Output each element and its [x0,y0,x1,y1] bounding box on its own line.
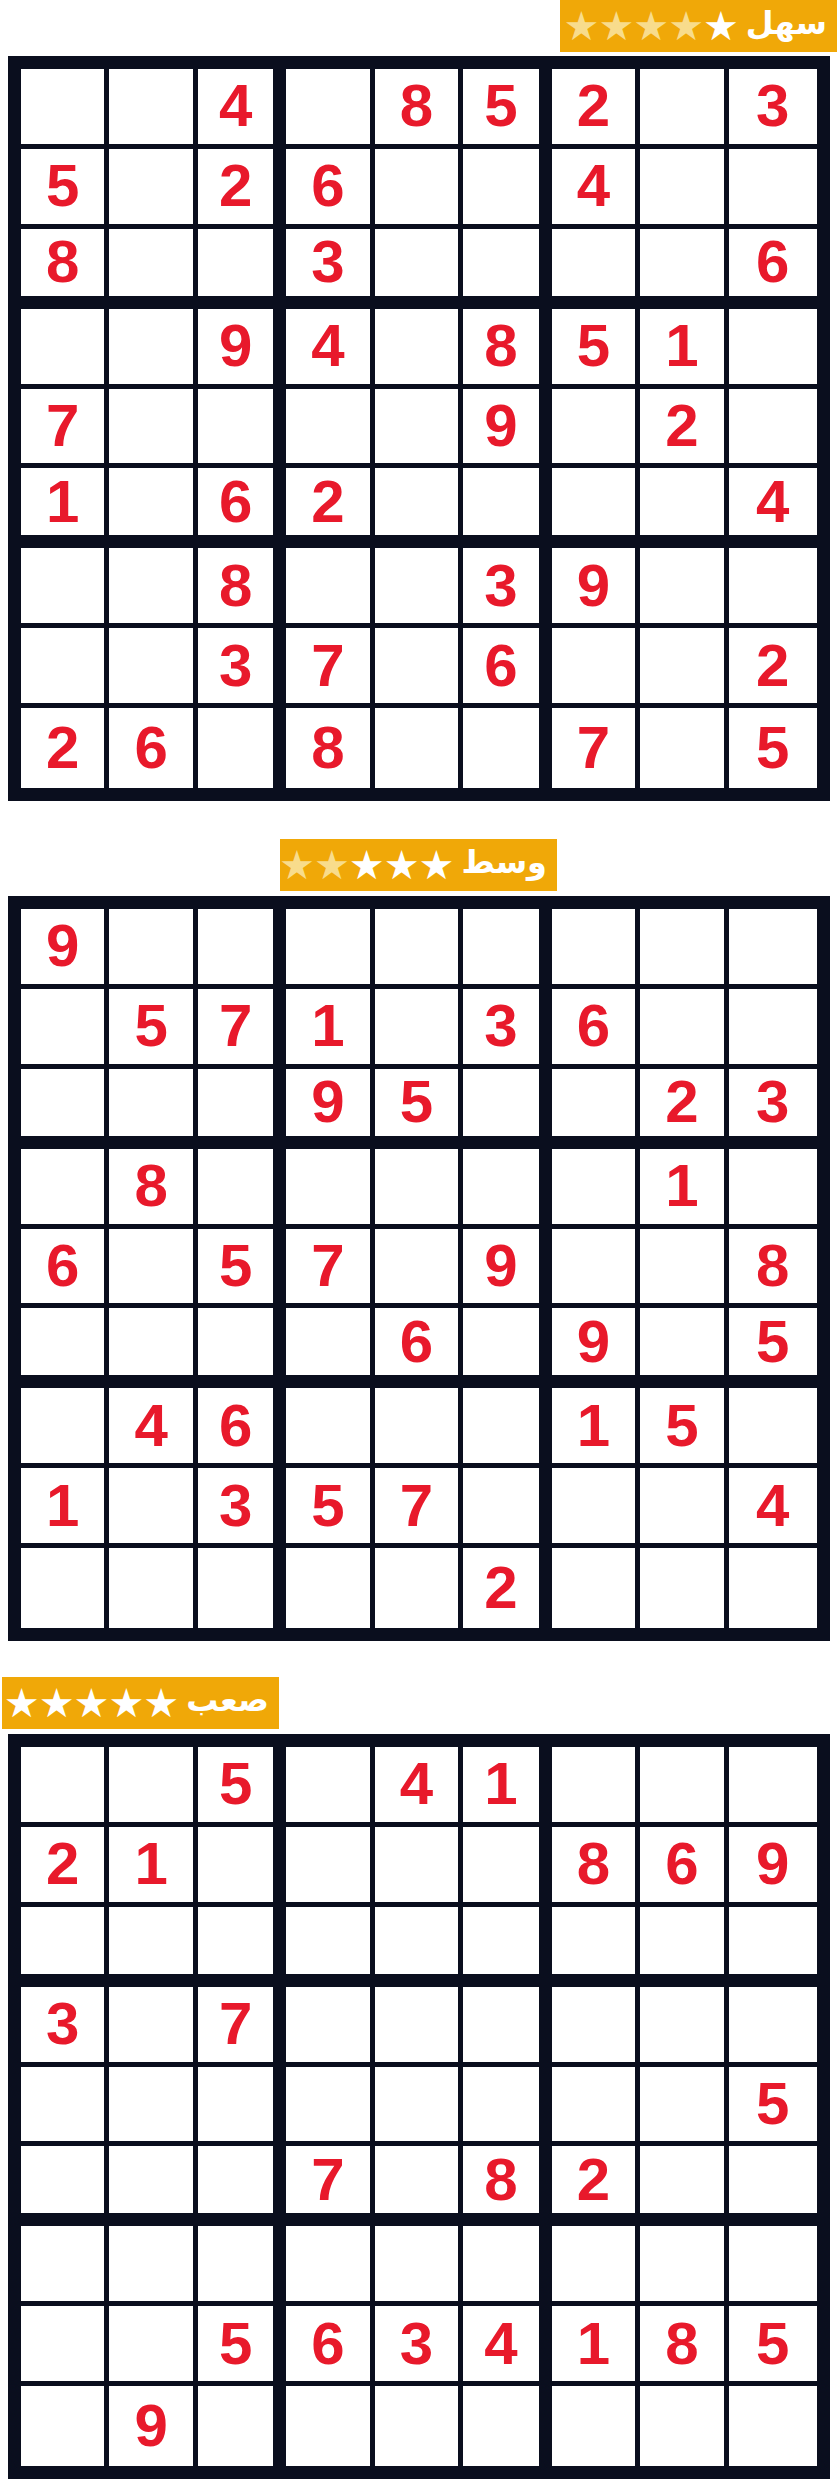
sudoku-cell-r5c2[interactable] [109,389,197,469]
sudoku-cell-r7c6[interactable] [463,1388,551,1468]
sudoku-cell-r5c5[interactable] [375,1229,463,1309]
sudoku-cell-r5c4[interactable] [286,389,374,469]
sudoku-cell-r1c5: 4 [375,1747,463,1827]
sudoku-cell-r2c8[interactable] [640,149,728,229]
sudoku-cell-r4c6[interactable] [463,1149,551,1229]
sudoku-cell-r2c7: 6 [552,989,640,1069]
sudoku-cell-r4c4[interactable] [286,1149,374,1229]
sudoku-cell-r6c1[interactable] [21,1308,109,1388]
sudoku-cell-r1c5[interactable] [375,909,463,989]
sudoku-cell-r2c5[interactable] [375,149,463,229]
sudoku-cell-r5c6: 9 [463,389,551,469]
sudoku-cell-r8c9: 2 [729,628,817,708]
sudoku-cell-r7c2[interactable] [109,548,197,628]
sudoku-cell-r9c7: 7 [552,708,640,788]
sudoku-cell-r2c2: 1 [109,1827,197,1907]
puzzle-section-easy: ★★★★★ سهل 485235264836948517921624839376… [0,0,837,801]
sudoku-cell-r9c5[interactable] [375,1548,463,1628]
sudoku-cell-r3c1[interactable] [21,1069,109,1149]
sudoku-cell-r1c7[interactable] [552,1747,640,1827]
star-icon: ★ [108,1677,143,1729]
sudoku-cell-r1c9[interactable] [729,909,817,989]
sudoku-cell-r8c4: 6 [286,2306,374,2386]
star-icon: ★ [703,0,738,52]
sudoku-cell-r2c9[interactable] [729,149,817,229]
sudoku-cell-r2c1: 5 [21,149,109,229]
sudoku-cell-r8c8[interactable] [640,1468,728,1548]
sudoku-cell-r5c7[interactable] [552,389,640,469]
sudoku-cell-r2c2: 5 [109,989,197,1069]
sudoku-cell-r8c4: 5 [286,1468,374,1548]
sudoku-cell-r9c8[interactable] [640,1548,728,1628]
sudoku-cell-r6c6[interactable] [463,468,551,548]
sudoku-cell-r6c3[interactable] [198,1308,286,1388]
sudoku-cell-r2c1: 2 [21,1827,109,1907]
sudoku-cell-r1c1[interactable] [21,1747,109,1827]
sudoku-cell-r9c1[interactable] [21,1548,109,1628]
sudoku-cell-r4c8: 1 [640,309,728,389]
sudoku-cell-r3c7[interactable] [552,1069,640,1149]
sudoku-cell-r6c4[interactable] [286,1308,374,1388]
sudoku-cell-r3c5[interactable] [375,229,463,309]
sudoku-cell-r7c2: 4 [109,1388,197,1468]
sudoku-cell-r7c8[interactable] [640,2226,728,2306]
sudoku-cell-r4c3[interactable] [198,1149,286,1229]
sudoku-cell-r6c6: 8 [463,2146,551,2226]
sudoku-grid-hard: 5412186937578256341859 [8,1734,830,2479]
sudoku-cell-r6c7[interactable] [552,468,640,548]
sudoku-cell-r1c5: 8 [375,69,463,149]
sudoku-cell-r7c3[interactable] [198,2226,286,2306]
sudoku-cell-r6c1: 1 [21,468,109,548]
sudoku-cell-r4c2[interactable] [109,309,197,389]
sudoku-cell-r6c1[interactable] [21,2146,109,2226]
sudoku-cell-r3c2[interactable] [109,1069,197,1149]
sudoku-cell-r1c3: 5 [198,1747,286,1827]
sudoku-cell-r2c2[interactable] [109,149,197,229]
sudoku-cell-r6c9: 4 [729,468,817,548]
sudoku-cell-r3c9: 3 [729,1069,817,1149]
sudoku-cell-r7c5[interactable] [375,1388,463,1468]
sudoku-cell-r3c5: 5 [375,1069,463,1149]
difficulty-banner-easy: ★★★★★ سهل [560,0,837,52]
sudoku-cell-r8c7[interactable] [552,628,640,708]
sudoku-grid-medium: 957136952381657986954615135742 [8,896,830,1641]
sudoku-cell-r9c9[interactable] [729,1548,817,1628]
sudoku-cell-r6c7: 9 [552,1308,640,1388]
sudoku-cell-r1c2[interactable] [109,909,197,989]
sudoku-cell-r6c9[interactable] [729,2146,817,2226]
sudoku-cell-r4c6[interactable] [463,1987,551,2067]
sudoku-cell-r6c5[interactable] [375,2146,463,2226]
star-icon: ★ [633,0,668,52]
sudoku-cell-r4c7[interactable] [552,1149,640,1229]
sudoku-cell-r4c8: 1 [640,1149,728,1229]
sudoku-cell-r3c3[interactable] [198,1069,286,1149]
sudoku-cell-r3c2[interactable] [109,229,197,309]
sudoku-cell-r7c2[interactable] [109,2226,197,2306]
sudoku-cell-r2c3: 7 [198,989,286,1069]
sudoku-cell-r7c9[interactable] [729,1388,817,1468]
sudoku-cell-r5c8[interactable] [640,2067,728,2147]
sudoku-cell-r9c6: 2 [463,1548,551,1628]
star-icon: ★ [384,839,419,891]
star-icon: ★ [74,1677,109,1729]
puzzle-section-hard: ★★★★★ صعب 5412186937578256341859 [0,1677,837,2479]
sudoku-cell-r5c2[interactable] [109,2067,197,2147]
sudoku-cell-r1c4[interactable] [286,909,374,989]
sudoku-cell-r3c5[interactable] [375,1907,463,1987]
sudoku-cell-r9c6[interactable] [463,2386,551,2466]
sudoku-cell-r8c5[interactable] [375,628,463,708]
sudoku-cell-r6c2[interactable] [109,2146,197,2226]
sudoku-cell-r5c9: 8 [729,1229,817,1309]
sudoku-cell-r3c8[interactable] [640,229,728,309]
sudoku-cell-r8c5: 3 [375,2306,463,2386]
sudoku-cell-r2c8: 6 [640,1827,728,1907]
sudoku-cell-r1c8[interactable] [640,1747,728,1827]
sudoku-cell-r3c8: 2 [640,1069,728,1149]
sudoku-cell-r4c5[interactable] [375,309,463,389]
sudoku-cell-r2c3: 2 [198,149,286,229]
sudoku-cell-r1c6: 1 [463,1747,551,1827]
sudoku-cell-r3c4: 3 [286,229,374,309]
sudoku-cell-r4c9[interactable] [729,1987,817,2067]
sudoku-cell-r6c4: 2 [286,468,374,548]
sudoku-cell-r8c3: 3 [198,1468,286,1548]
sudoku-cell-r1c9[interactable] [729,1747,817,1827]
sudoku-cell-r4c7: 5 [552,309,640,389]
sudoku-cell-r9c9[interactable] [729,2386,817,2466]
difficulty-label: وسط [453,843,557,887]
sudoku-cell-r8c7: 1 [552,2306,640,2386]
sudoku-cell-r9c7[interactable] [552,1548,640,1628]
sudoku-cell-r2c7: 8 [552,1827,640,1907]
sudoku-cell-r2c9: 9 [729,1827,817,1907]
sudoku-cell-r5c5[interactable] [375,389,463,469]
sudoku-cell-r7c4[interactable] [286,1388,374,1468]
sudoku-cell-r9c9: 5 [729,708,817,788]
sudoku-cell-r4c3: 7 [198,1987,286,2067]
sudoku-cell-r2c6[interactable] [463,149,551,229]
sudoku-cell-r9c8[interactable] [640,708,728,788]
sudoku-cell-r7c4[interactable] [286,548,374,628]
sudoku-cell-r6c7: 2 [552,2146,640,2226]
sudoku-cell-r9c2: 6 [109,708,197,788]
sudoku-cell-r7c6[interactable] [463,2226,551,2306]
sudoku-cell-r6c4: 7 [286,2146,374,2226]
star-icon: ★ [4,1677,39,1729]
sudoku-cell-r6c3[interactable] [198,2146,286,2226]
sudoku-cell-r3c3[interactable] [198,1907,286,1987]
sudoku-cell-r2c8[interactable] [640,989,728,1069]
sudoku-cell-r9c5[interactable] [375,708,463,788]
sudoku-cell-r4c8[interactable] [640,1987,728,2067]
sudoku-cell-r9c8[interactable] [640,2386,728,2466]
sudoku-cell-r3c4: 9 [286,1069,374,1149]
sudoku-cell-r3c9: 6 [729,229,817,309]
sudoku-cell-r7c8: 5 [640,1388,728,1468]
sudoku-cell-r8c1[interactable] [21,628,109,708]
difficulty-stars: ★★★★★ [280,839,453,891]
sudoku-cell-r2c7: 4 [552,149,640,229]
sudoku-cell-r8c8[interactable] [640,628,728,708]
sudoku-cell-r6c5: 6 [375,1308,463,1388]
sudoku-cell-r7c5[interactable] [375,2226,463,2306]
sudoku-cell-r4c1[interactable] [21,309,109,389]
sudoku-cell-r3c4[interactable] [286,1907,374,1987]
sudoku-cell-r5c8: 2 [640,389,728,469]
puzzle-section-medium: ★★★★★ وسط 957136952381657986954615135742 [0,839,837,1641]
sudoku-cell-r1c2[interactable] [109,1747,197,1827]
sudoku-cell-r4c3: 9 [198,309,286,389]
sudoku-cell-r9c3[interactable] [198,1548,286,1628]
sudoku-cell-r1c7: 2 [552,69,640,149]
sudoku-cell-r1c8[interactable] [640,69,728,149]
sudoku-cell-r9c4: 8 [286,708,374,788]
sudoku-cell-r8c9: 5 [729,2306,817,2386]
sudoku-cell-r4c1: 3 [21,1987,109,2067]
sudoku-cell-r6c8[interactable] [640,2146,728,2226]
sudoku-cell-r1c8[interactable] [640,909,728,989]
sudoku-cell-r6c9: 5 [729,1308,817,1388]
star-icon: ★ [349,839,384,891]
sudoku-cell-r1c1: 9 [21,909,109,989]
sudoku-cell-r4c5[interactable] [375,1987,463,2067]
sudoku-cell-r1c6: 5 [463,69,551,149]
sudoku-cell-r7c1[interactable] [21,2226,109,2306]
sudoku-cell-r1c4[interactable] [286,1747,374,1827]
sudoku-cell-r8c4: 7 [286,628,374,708]
sudoku-cell-r5c1: 6 [21,1229,109,1309]
sudoku-cell-r8c8: 8 [640,2306,728,2386]
sudoku-cell-r2c4[interactable] [286,1827,374,1907]
sudoku-cell-r7c3: 6 [198,1388,286,1468]
sudoku-cell-r7c5[interactable] [375,548,463,628]
sudoku-cell-r4c4[interactable] [286,1987,374,2067]
sudoku-cell-r9c6[interactable] [463,708,551,788]
sudoku-cell-r4c2: 8 [109,1149,197,1229]
sudoku-cell-r9c2: 9 [109,2386,197,2466]
sudoku-cell-r1c3[interactable] [198,909,286,989]
sudoku-cell-r1c3: 4 [198,69,286,149]
difficulty-label: صعب [178,1681,279,1725]
sudoku-cell-r3c2[interactable] [109,1907,197,1987]
sudoku-cell-r2c4: 1 [286,989,374,1069]
sudoku-cell-r8c9: 4 [729,1468,817,1548]
sudoku-cell-r5c8[interactable] [640,1229,728,1309]
sudoku-cell-r5c5[interactable] [375,2067,463,2147]
sudoku-cell-r1c6[interactable] [463,909,551,989]
difficulty-label: سهل [738,4,837,48]
difficulty-stars: ★★★★★ [4,1677,178,1729]
sudoku-cell-r1c9: 3 [729,69,817,149]
sudoku-cell-r2c1[interactable] [21,989,109,1069]
sudoku-cell-r9c1[interactable] [21,2386,109,2466]
sudoku-cell-r3c1[interactable] [21,1907,109,1987]
sudoku-cell-r6c2[interactable] [109,468,197,548]
sudoku-cell-r7c6: 3 [463,548,551,628]
sudoku-cell-r5c1: 7 [21,389,109,469]
sudoku-cell-r5c7[interactable] [552,2067,640,2147]
sudoku-cell-r8c7[interactable] [552,1468,640,1548]
sudoku-cell-r2c5[interactable] [375,1827,463,1907]
sudoku-cell-r3c9[interactable] [729,1907,817,1987]
sudoku-cell-r8c5: 7 [375,1468,463,1548]
sudoku-cell-r3c7[interactable] [552,1907,640,1987]
sudoku-cell-r7c7: 9 [552,548,640,628]
sudoku-cell-r2c5[interactable] [375,989,463,1069]
star-icon: ★ [314,839,349,891]
sudoku-cell-r7c1[interactable] [21,1388,109,1468]
sudoku-cell-r1c1[interactable] [21,69,109,149]
sudoku-cell-r5c3: 5 [198,1229,286,1309]
star-icon: ★ [280,839,314,891]
sudoku-cell-r7c3: 8 [198,548,286,628]
sudoku-cell-r7c1[interactable] [21,548,109,628]
sudoku-cell-r3c3[interactable] [198,229,286,309]
sudoku-cell-r4c9[interactable] [729,1149,817,1229]
star-icon: ★ [564,0,599,52]
sudoku-cell-r6c8[interactable] [640,468,728,548]
sudoku-cell-r1c2[interactable] [109,69,197,149]
difficulty-banner-hard: ★★★★★ صعب [2,1677,279,1729]
sudoku-cell-r3c1: 8 [21,229,109,309]
difficulty-banner-medium: ★★★★★ وسط [280,839,557,891]
sudoku-cell-r6c6[interactable] [463,1308,551,1388]
sudoku-cell-r3c6[interactable] [463,1907,551,1987]
sudoku-cell-r5c9: 5 [729,2067,817,2147]
sudoku-cell-r9c1: 2 [21,708,109,788]
sudoku-cell-r2c4: 6 [286,149,374,229]
sudoku-cell-r8c2[interactable] [109,2306,197,2386]
sudoku-cell-r9c3[interactable] [198,2386,286,2466]
sudoku-cell-r4c6: 8 [463,309,551,389]
sudoku-cell-r7c7[interactable] [552,2226,640,2306]
sudoku-cell-r8c3: 3 [198,628,286,708]
sudoku-cell-r5c4: 7 [286,1229,374,1309]
sudoku-cell-r9c7[interactable] [552,2386,640,2466]
sudoku-cell-r5c6[interactable] [463,2067,551,2147]
sudoku-cell-r4c1[interactable] [21,1149,109,1229]
sudoku-grid-easy: 485235264836948517921624839376226875 [8,56,830,801]
sudoku-cell-r4c9[interactable] [729,309,817,389]
sudoku-cell-r4c4: 4 [286,309,374,389]
sudoku-cell-r9c4[interactable] [286,1548,374,1628]
sudoku-cell-r6c2[interactable] [109,1308,197,1388]
sudoku-cell-r8c1: 1 [21,1468,109,1548]
sudoku-cell-r7c9[interactable] [729,548,817,628]
sudoku-cell-r2c9[interactable] [729,989,817,1069]
sudoku-cell-r4c5[interactable] [375,1149,463,1229]
sudoku-cell-r1c4[interactable] [286,69,374,149]
sudoku-cell-r9c4[interactable] [286,2386,374,2466]
sudoku-cell-r6c5[interactable] [375,468,463,548]
sudoku-cell-r1c7[interactable] [552,909,640,989]
sudoku-cell-r5c3[interactable] [198,389,286,469]
sudoku-cell-r9c2[interactable] [109,1548,197,1628]
sudoku-cell-r7c4[interactable] [286,2226,374,2306]
sudoku-cell-r5c2[interactable] [109,1229,197,1309]
sudoku-cell-r8c1[interactable] [21,2306,109,2386]
sudoku-cell-r4c7[interactable] [552,1987,640,2067]
sudoku-cell-r7c8[interactable] [640,548,728,628]
sudoku-cell-r5c3[interactable] [198,2067,286,2147]
sudoku-cell-r3c8[interactable] [640,1907,728,1987]
sudoku-cell-r5c9[interactable] [729,389,817,469]
sudoku-cell-r2c6: 3 [463,989,551,1069]
sudoku-cell-r8c6: 6 [463,628,551,708]
sudoku-cell-r5c7[interactable] [552,1229,640,1309]
sudoku-cell-r8c2[interactable] [109,1468,197,1548]
sudoku-cell-r5c4[interactable] [286,2067,374,2147]
sudoku-cell-r5c6: 9 [463,1229,551,1309]
sudoku-cell-r9c5[interactable] [375,2386,463,2466]
sudoku-cell-r6c3: 6 [198,468,286,548]
sudoku-cell-r3c7[interactable] [552,229,640,309]
sudoku-cell-r9c3[interactable] [198,708,286,788]
star-icon: ★ [598,0,633,52]
sudoku-cell-r2c3[interactable] [198,1827,286,1907]
sudoku-cell-r4c2[interactable] [109,1987,197,2067]
difficulty-stars: ★★★★★ [564,0,738,52]
star-icon: ★ [143,1677,178,1729]
sudoku-cell-r2c6[interactable] [463,1827,551,1907]
sudoku-cell-r8c6[interactable] [463,1468,551,1548]
sudoku-cell-r6c8[interactable] [640,1308,728,1388]
sudoku-cell-r8c6: 4 [463,2306,551,2386]
star-icon: ★ [419,839,454,891]
sudoku-cell-r8c2[interactable] [109,628,197,708]
sudoku-cell-r8c3: 5 [198,2306,286,2386]
star-icon: ★ [39,1677,74,1729]
sudoku-cell-r3c6[interactable] [463,229,551,309]
sudoku-cell-r7c9[interactable] [729,2226,817,2306]
sudoku-cell-r7c7: 1 [552,1388,640,1468]
star-icon: ★ [668,0,703,52]
sudoku-cell-r3c6[interactable] [463,1069,551,1149]
sudoku-cell-r5c1[interactable] [21,2067,109,2147]
